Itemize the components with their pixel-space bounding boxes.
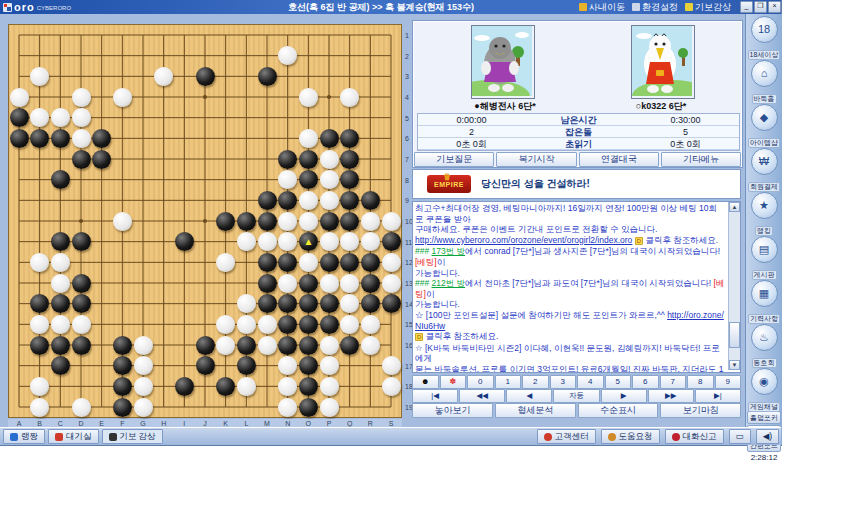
white-stone-Q15: [340, 315, 359, 334]
black-stone-I18: [175, 377, 194, 396]
review-button-수순표시[interactable]: 수순표시: [578, 403, 659, 418]
black-stone-E6: [92, 129, 111, 148]
black-stone-S14: [382, 294, 401, 313]
chat-text: ###: [415, 246, 432, 256]
monitor-icon[interactable]: ▭: [729, 429, 751, 444]
kifu-grid-icon: [685, 3, 693, 11]
black-player-name: ●해병전사 6단*: [425, 100, 585, 113]
white-stone-D15: [72, 315, 91, 334]
chat-text: ☆ [100만 포인트설문] 설문에 참여하기만 해도 포인트가 와르르,^^: [415, 310, 667, 320]
sidebar-label: 바둑홈: [752, 94, 777, 104]
chat-text: ☆ [K바둑 바둑비타민 시즌2] 이다혜, 이현욱!! 문도원, 김혜림까지!…: [415, 343, 720, 364]
white-stone-K16: [216, 336, 235, 355]
white-stone-K12: [216, 253, 235, 272]
white-stone-P13: [320, 274, 339, 293]
chat-line: D 클릭후 참조하세요.: [415, 331, 725, 343]
white-time-value: 0초 0회: [632, 138, 739, 150]
white-stone-G18: [134, 377, 153, 396]
바둑홈-icon: ⌂: [751, 60, 778, 87]
review-button-형세분석[interactable]: 형세분석: [495, 403, 576, 418]
white-stone-P17: [320, 356, 339, 375]
chat-line: 최고수+최대어장 경영, 베팅마니아까지! 16일까지 연장! 100만원 이상…: [415, 203, 725, 224]
row-label-7: 7: [405, 156, 409, 163]
black-stone-D11: [72, 232, 91, 251]
white-stone-G17: [134, 356, 153, 375]
chat-scrollbar[interactable]: ▲ ▼: [728, 202, 740, 370]
col-label-O: O: [306, 420, 311, 427]
black-stone-N7: [278, 150, 297, 169]
black-stone-B16: [30, 336, 49, 355]
taskbar-icon: [55, 433, 63, 441]
move-digit-button-3[interactable]: 3: [550, 375, 577, 389]
black-stone-M3: [258, 67, 277, 86]
chat-link[interactable]: 173번 방: [432, 246, 466, 256]
col-label-J: J: [203, 420, 207, 427]
black-player-avatar: [471, 25, 535, 99]
white-stone-M11: [258, 232, 277, 251]
minimize-button[interactable]: _: [740, 1, 753, 13]
nav-button-▶|[interactable]: ▶|: [695, 389, 741, 403]
black-stone-O15: [299, 315, 318, 334]
black-stone-R14: [361, 294, 380, 313]
black-stone-R13: [361, 274, 380, 293]
black-stone-Q7: [340, 150, 359, 169]
taskbar: 랭짱대기실기보 감상고객센터도움요청대화신고▭◀): [0, 427, 781, 445]
settings-wrench-icon: [632, 3, 640, 11]
nav-button-▶[interactable]: ▶: [601, 389, 647, 403]
taskbar-button-도움요청[interactable]: 도움요청: [601, 429, 660, 444]
white-stone-S17: [382, 356, 401, 375]
last-move-triangle-marker: ▲: [299, 232, 318, 251]
black-stone-P14: [320, 294, 339, 313]
move-digit-button-0[interactable]: 0: [467, 375, 494, 389]
action-button-기보질문[interactable]: 기보질문: [414, 152, 494, 167]
col-label-M: M: [264, 420, 270, 427]
clock-row-label: 초읽기: [525, 138, 632, 150]
row-label-3: 3: [405, 73, 409, 80]
menu-kifu-grid-icon[interactable]: 기보감상: [685, 1, 731, 14]
col-label-L: L: [244, 420, 248, 427]
black-stone-M14: [258, 294, 277, 313]
chat-text: 묻는 바둑솔루션. 프로를 이기면 3억포인트! 유료6개월일! 진짜 바둑판,…: [415, 364, 723, 373]
black-stone-Q16: [340, 336, 359, 355]
white-stone-D4: [72, 88, 91, 107]
clock-row-label: 잡은돌: [525, 126, 632, 138]
menu-org-move-icon[interactable]: 사내이동: [579, 1, 625, 14]
white-stone-Q13: [340, 274, 359, 293]
nav-button-◀◀[interactable]: ◀◀: [459, 389, 505, 403]
white-stone-R11: [361, 232, 380, 251]
row-label-4: 4: [405, 94, 409, 101]
sidebar-label: 18세이상: [748, 50, 781, 60]
white-player-avatar: [631, 25, 695, 99]
action-button-연결대국[interactable]: 연결대국: [579, 152, 659, 167]
chat-line: ☆ [K바둑 바둑비타민 시즌2] 이다혜, 이현욱!! 문도원, 김혜림까지!…: [415, 343, 725, 364]
black-stone-Q9: [340, 191, 359, 210]
sidebar-item-게시판[interactable]: ▤게시판: [746, 236, 782, 278]
black-stone-C11: [51, 232, 70, 251]
white-stone-B12: [30, 253, 49, 272]
chat-text: 이: [426, 289, 435, 299]
row-label-8: 8: [405, 176, 409, 183]
black-stone-C16: [51, 336, 70, 355]
window-controls: _ ❐ ×: [740, 1, 781, 13]
col-label-D: D: [78, 420, 83, 427]
chat-text: 클릭후 참조하세요.: [423, 331, 498, 341]
white-stone-F4: [113, 88, 132, 107]
chat-line: 가능합니다.: [415, 299, 725, 310]
scroll-down-arrow[interactable]: ▼: [729, 360, 740, 370]
app-window: oro CYBERORO 호선(흑 6집 반 공제) >> 흑 불계승(현재 1…: [0, 0, 782, 446]
black-stone-K18: [216, 377, 235, 396]
nav-button-▶▶[interactable]: ▶▶: [648, 389, 694, 403]
black-stone-M10: [258, 212, 277, 231]
black-stone-C14: [51, 294, 70, 313]
white-player-name: ○k0322 6단*: [581, 100, 741, 113]
white-stone-B19: [30, 398, 49, 417]
black-stone-C17: [51, 356, 70, 375]
sidebar-item-18세이상[interactable]: 1818세이상: [746, 16, 782, 58]
nav-button-자동[interactable]: 자동: [553, 389, 599, 403]
white-stone-C12: [51, 253, 70, 272]
white-stone-L15: [237, 315, 256, 334]
white-stone-H3: [154, 67, 173, 86]
white-stone-S13: [382, 274, 401, 293]
col-label-I: I: [183, 420, 185, 427]
아이템샵-icon: ◆: [751, 104, 778, 131]
row-label-5: 5: [405, 114, 409, 121]
black-stone-A5: [10, 108, 29, 127]
move-digit-button-4[interactable]: 4: [577, 375, 604, 389]
sidebar-label: 랭킹: [755, 226, 773, 236]
chat-text: D: [635, 237, 643, 245]
col-label-Q: Q: [347, 420, 352, 427]
move-digit-button-1[interactable]: 1: [495, 375, 522, 389]
black-stone-N9: [278, 191, 297, 210]
white-stone-C5: [51, 108, 70, 127]
18세이상-icon: 18: [751, 16, 778, 43]
sidebar-item-랭킹[interactable]: ★랭킹: [746, 192, 782, 234]
white-stone-R16: [361, 336, 380, 355]
white-stone-O12: [299, 253, 318, 272]
black-stone-R12: [361, 253, 380, 272]
white-stone-N13: [278, 274, 297, 293]
white-stone-O6: [299, 129, 318, 148]
white-stone-B15: [30, 315, 49, 334]
white-time-value: 0:30:00: [632, 114, 739, 126]
chat-link[interactable]: http://www.cyberoro.com/orozone/event/or…: [415, 235, 632, 245]
nav-button-|◀[interactable]: |◀: [412, 389, 458, 403]
sidebar-label: 회원결제: [748, 182, 780, 192]
col-label-S: S: [389, 420, 394, 427]
게임채널-icon: ◉: [751, 368, 778, 395]
move-digit-button-9[interactable]: 9: [715, 375, 742, 389]
restore-button[interactable]: ❐: [754, 1, 767, 13]
sidebar-label: 게임채널: [748, 402, 780, 412]
black-stone-P15: [320, 315, 339, 334]
white-stone-M15: [258, 315, 277, 334]
game-title: 호선(흑 6집 반 공제) >> 흑 불계승(현재 153수): [183, 1, 579, 14]
empire-logo: EMPIRE: [427, 175, 471, 193]
col-label-H: H: [161, 420, 166, 427]
navigation-row: |◀◀◀◀자동▶▶▶▶|: [412, 389, 741, 403]
col-label-C: C: [58, 420, 63, 427]
scroll-thumb[interactable]: [729, 322, 740, 348]
chat-line: ☆ [100만 포인트설문] 설문에 참여하기만 해도 포인트가 와르르,^^ …: [415, 310, 725, 331]
sidebar-small-button-홀덤포커[interactable]: 홀덤포커: [747, 411, 781, 424]
banner-text: 당신만의 성을 건설하라!: [481, 177, 590, 191]
black-stone-M9: [258, 191, 277, 210]
white-stone-O10: [299, 212, 318, 231]
black-stone-N12: [278, 253, 297, 272]
black-stone-S11: [382, 232, 401, 251]
chat-line: ### 212번 방에서 천마초 [7단*]님과 파도여 [7단*]님의 대국이…: [415, 278, 725, 299]
white-stone-P19: [320, 398, 339, 417]
white-stone-C15: [51, 315, 70, 334]
chat-text: 가능합니다.: [415, 268, 460, 278]
org-move-icon: [579, 3, 587, 11]
chat-text: 클릭후 참조하세요.: [643, 235, 718, 245]
기력사항-icon: ▦: [751, 280, 778, 307]
review-button-row: 놓아보기형세분석수순표시보기마침: [412, 403, 741, 418]
white-stone-B18: [30, 377, 49, 396]
white-stone-C13: [51, 274, 70, 293]
white-stone-P16: [320, 336, 339, 355]
action-button-기타메뉴[interactable]: 기타메뉴: [661, 152, 741, 167]
black-stone-P12: [320, 253, 339, 272]
white-stone-L11: [237, 232, 256, 251]
col-label-P: P: [327, 420, 332, 427]
black-stone-O18: [299, 377, 318, 396]
row-label-6: 6: [405, 135, 409, 142]
taskbar-button-기보 감상[interactable]: 기보 감상: [102, 429, 163, 444]
회원결제-icon: ₩: [751, 148, 778, 175]
chat-text: 구매하세요. 쿠폰은 이벤트 기간내 포인트로 전환할 수 있습니다.: [415, 224, 657, 234]
chat-line: 구매하세요. 쿠폰은 이벤트 기간내 포인트로 전환할 수 있습니다.: [415, 224, 725, 235]
taskbar-icon: [608, 433, 616, 441]
action-button-복기시작[interactable]: 복기시작: [496, 152, 576, 167]
chat-link[interactable]: 212번 방: [432, 278, 466, 288]
랭킹-icon: ★: [751, 192, 778, 219]
move-digit-button-6[interactable]: 6: [632, 375, 659, 389]
move-digit-button-2[interactable]: 2: [522, 375, 549, 389]
chat-text: 최고수+최대어장 경영, 베팅마니아까지! 16일까지 연장! 100만원 이상…: [415, 203, 717, 224]
black-stone-O16: [299, 336, 318, 355]
flower-icon-button[interactable]: ✽: [440, 375, 467, 389]
chat-lines: 최고수+최대어장 경영, 베팅마니아까지! 16일까지 연장! 100만원 이상…: [415, 203, 725, 373]
white-stone-D19: [72, 398, 91, 417]
white-stone-Q4: [340, 88, 359, 107]
ad-banner[interactable]: EMPIRE 당신만의 성을 건설하라!: [412, 169, 741, 199]
black-stone-P6: [320, 129, 339, 148]
white-stone-K15: [216, 315, 235, 334]
white-stone-S10: [382, 212, 401, 231]
white-stone-R10: [361, 212, 380, 231]
player-info-box: ●해병전사 6단* ○k0322 6단* 0:00:00남은시간0:30:002…: [412, 20, 743, 168]
white-stone-M16: [258, 336, 277, 355]
move-number-row: ☻✽0123456789: [412, 375, 741, 389]
oro-logo-icon: [3, 3, 12, 12]
black-stone-J17: [196, 356, 215, 375]
move-digit-button-7[interactable]: 7: [660, 375, 687, 389]
black-time-value: 0초 0회: [418, 138, 525, 150]
chat-line: 가능합니다.: [415, 268, 725, 279]
게시판-icon: ▤: [751, 236, 778, 263]
col-label-A: A: [17, 420, 22, 427]
black-stone-J16: [196, 336, 215, 355]
white-stone-F10: [113, 212, 132, 231]
col-label-N: N: [285, 420, 290, 427]
sidebar-item-회원결제[interactable]: ₩회원결제: [746, 148, 782, 190]
sidebar: 1818세이상⌂바둑홈◆아이템샵₩회원결제★랭킹▤게시판▦기력사항♨동호회◉게임…: [745, 14, 782, 445]
sidebar-clock: 2:28:12: [748, 453, 780, 462]
black-stone-F17: [113, 356, 132, 375]
black-stone-I11: [175, 232, 194, 251]
sidebar-item-아이템샵[interactable]: ◆아이템샵: [746, 104, 782, 146]
speaker-icon[interactable]: ◀): [756, 429, 779, 444]
black-stone-N16: [278, 336, 297, 355]
col-label-K: K: [223, 420, 228, 427]
sidebar-item-바둑홈[interactable]: ⌂바둑홈: [746, 60, 782, 102]
taskbar-icon: [109, 433, 117, 441]
black-stone-R9: [361, 191, 380, 210]
right-panel: ●해병전사 6단* ○k0322 6단* 0:00:00남은시간0:30:002…: [412, 18, 743, 430]
black-stone-O14: [299, 294, 318, 313]
black-stone-O11: ▲: [299, 232, 318, 251]
white-stone-D6: [72, 129, 91, 148]
white-stone-N18: [278, 377, 297, 396]
black-stone-O17: [299, 356, 318, 375]
taskbar-button-대화신고[interactable]: 대화신고: [665, 429, 724, 444]
col-label-B: B: [37, 420, 42, 427]
review-button-보기마침[interactable]: 보기마침: [660, 403, 741, 418]
white-stone-P7: [320, 150, 339, 169]
chat-text: ###: [415, 278, 432, 288]
oro-logo-text: oro: [14, 1, 35, 13]
chat-line: 묻는 바둑솔루션. 프로를 이기면 3억포인트! 유료6개월일! 진짜 바둑판,…: [415, 364, 725, 373]
sidebar-label: 게시판: [752, 270, 777, 280]
black-stone-F18: [113, 377, 132, 396]
chat-box[interactable]: 최고수+최대어장 경영, 베팅마니아까지! 16일까지 연장! 100만원 이상…: [412, 201, 741, 373]
sidebar-item-게임채널[interactable]: ◉게임채널: [746, 368, 782, 410]
black-time-value: 0:00:00: [418, 114, 525, 126]
chat-text: 이: [437, 257, 446, 267]
black-stone-J3: [196, 67, 215, 86]
stone-face-icon-button[interactable]: ☻: [412, 375, 439, 389]
row-label-9: 9: [405, 197, 409, 204]
cyberoro-text: CYBERORO: [37, 5, 71, 11]
sidebar-item-동호회[interactable]: ♨동호회: [746, 324, 782, 366]
taskbar-icon: [544, 433, 552, 441]
black-stone-D13: [72, 274, 91, 293]
black-stone-E7: [92, 150, 111, 169]
black-stone-D7: [72, 150, 91, 169]
oro-logo: oro CYBERORO: [0, 1, 183, 13]
white-stone-O4: [299, 88, 318, 107]
close-button[interactable]: ×: [768, 1, 781, 13]
black-stone-M13: [258, 274, 277, 293]
col-label-G: G: [140, 420, 145, 427]
row-label-1: 1: [405, 32, 409, 39]
white-stone-R15: [361, 315, 380, 334]
black-stone-O8: [299, 170, 318, 189]
sidebar-item-기력사항[interactable]: ▦기력사항: [746, 280, 782, 322]
chat-text: 에서 conrad [7단*]님과 생사지존 [7단*]님의 대국이 시작되었습…: [465, 246, 720, 256]
black-stone-L17: [237, 356, 256, 375]
board-area: ▲ ABCDEFGHIJKLMNOPQRS 123456789101112131…: [4, 20, 408, 430]
black-time-value: 2: [418, 126, 525, 138]
taskbar-icon: [10, 433, 18, 441]
white-stone-G19: [134, 398, 153, 417]
black-stone-A6: [10, 129, 29, 148]
chat-text: [베팅]: [415, 257, 437, 267]
scroll-up-arrow[interactable]: ▲: [729, 202, 740, 212]
white-stone-N10: [278, 212, 297, 231]
black-stone-K10: [216, 212, 235, 231]
black-stone-C6: [51, 129, 70, 148]
sidebar-label: 동호회: [752, 358, 777, 368]
white-stone-N19: [278, 398, 297, 417]
taskbar-button-고객센터[interactable]: 고객센터: [537, 429, 596, 444]
menu-settings-wrench-icon[interactable]: 환경설정: [632, 1, 678, 14]
black-stone-O13: [299, 274, 318, 293]
black-stone-Q12: [340, 253, 359, 272]
white-stone-S12: [382, 253, 401, 272]
action-button-row: 기보질문복기시작연결대국기타메뉴: [413, 152, 742, 167]
col-label-E: E: [99, 420, 104, 427]
white-stone-O9: [299, 191, 318, 210]
white-time-value: 5: [632, 126, 739, 138]
black-stone-N15: [278, 315, 297, 334]
review-button-놓아보기[interactable]: 놓아보기: [412, 403, 493, 418]
sidebar-label: 기력사항: [748, 314, 780, 324]
black-stone-P10: [320, 212, 339, 231]
white-stone-L18: [237, 377, 256, 396]
black-stone-F19: [113, 398, 132, 417]
taskbar-button-랭짱[interactable]: 랭짱: [3, 429, 45, 444]
black-stone-M12: [258, 253, 277, 272]
black-stone-B6: [30, 129, 49, 148]
chat-text: 가능합니다.: [415, 299, 460, 309]
white-stone-A4: [10, 88, 29, 107]
white-stone-P9: [320, 191, 339, 210]
black-stone-F16: [113, 336, 132, 355]
white-stone-S18: [382, 377, 401, 396]
taskbar-button-대기실[interactable]: 대기실: [48, 429, 99, 444]
white-stone-D5: [72, 108, 91, 127]
nav-button-◀[interactable]: ◀: [506, 389, 552, 403]
col-label-R: R: [368, 420, 373, 427]
chat-line: ### 173번 방에서 conrad [7단*]님과 생사지존 [7단*]님의…: [415, 246, 725, 267]
clock-table: 0:00:00남은시간0:30:002잡은돌50초 0회초읽기0초 0회: [417, 113, 740, 151]
title-bar: oro CYBERORO 호선(흑 6집 반 공제) >> 흑 불계승(현재 1…: [0, 0, 781, 14]
black-stone-Q10: [340, 212, 359, 231]
black-stone-L10: [237, 212, 256, 231]
move-digit-button-8[interactable]: 8: [687, 375, 714, 389]
go-board[interactable]: ▲: [8, 24, 402, 418]
sidebar-label: 아이템샵: [748, 138, 780, 148]
move-digit-button-5[interactable]: 5: [605, 375, 632, 389]
chat-text: 에서 천마초 [7단*]님과 파도여 [7단*]님의 대국이 시작되었습니다!: [465, 278, 713, 288]
white-stone-P18: [320, 377, 339, 396]
black-stone-L16: [237, 336, 256, 355]
taskbar-icon: [672, 433, 680, 441]
white-stone-B3: [30, 67, 49, 86]
black-stone-D16: [72, 336, 91, 355]
white-stone-P8: [320, 170, 339, 189]
동호회-icon: ♨: [751, 324, 778, 351]
col-label-F: F: [120, 420, 124, 427]
